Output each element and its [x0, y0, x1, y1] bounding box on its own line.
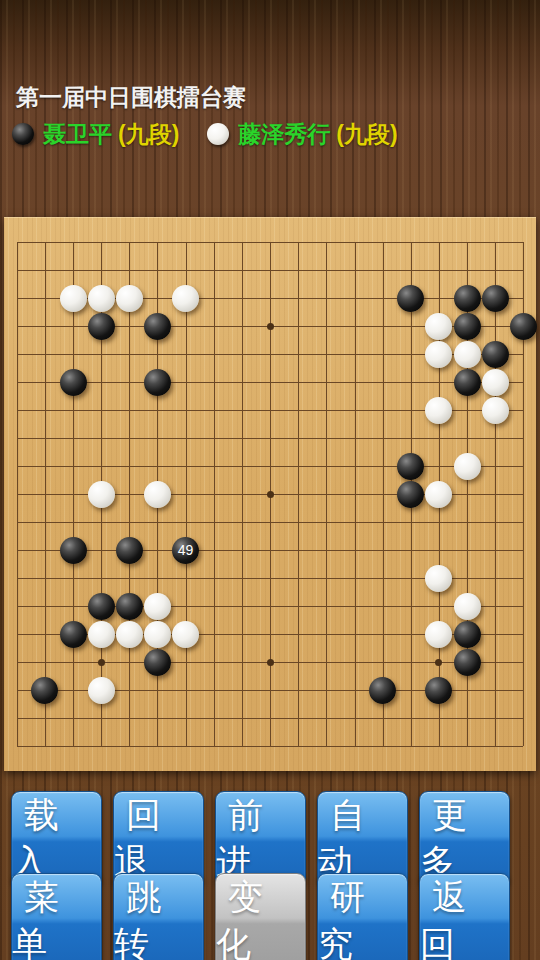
star-point: [267, 491, 274, 498]
black-stone: [510, 313, 537, 340]
white-stone: [144, 481, 171, 508]
black-stone: [60, 369, 87, 396]
return-button[interactable]: 返回: [419, 873, 510, 960]
white-stone: [60, 285, 87, 312]
white-stone: [425, 621, 452, 648]
star-point: [435, 659, 442, 666]
white-stone: [88, 481, 115, 508]
white-stone: [116, 285, 143, 312]
study-button[interactable]: 研究: [317, 873, 408, 960]
black-stone: [60, 621, 87, 648]
black-stone: [454, 621, 481, 648]
star-point: [267, 659, 274, 666]
grid-line-horizontal: [17, 522, 524, 523]
black-stone: [88, 593, 115, 620]
grid-line-horizontal: [17, 746, 524, 747]
white-stone: [425, 565, 452, 592]
black-stone: [482, 341, 509, 368]
grid-line-vertical: [298, 242, 299, 746]
last-move-stone: 49: [172, 537, 199, 564]
white-stone: [144, 593, 171, 620]
star-point: [267, 323, 274, 330]
black-stone: [454, 285, 481, 312]
white-stone: [88, 621, 115, 648]
black-stone: [397, 285, 424, 312]
go-board[interactable]: 49: [4, 217, 536, 771]
black-stone-icon: [12, 123, 34, 145]
black-stone: [88, 313, 115, 340]
white-stone: [454, 593, 481, 620]
grid-line-horizontal: [17, 718, 524, 719]
black-stone: [144, 649, 171, 676]
black-player-name: 聂卫平: [43, 119, 112, 150]
white-stone: [454, 341, 481, 368]
grid-line-vertical: [355, 242, 356, 746]
black-stone: [60, 537, 87, 564]
black-stone: [369, 677, 396, 704]
black-stone: [116, 537, 143, 564]
grid-line-vertical: [495, 242, 496, 746]
black-stone: [144, 313, 171, 340]
grid-line-horizontal: [17, 550, 524, 551]
white-stone: [482, 397, 509, 424]
black-stone: [454, 313, 481, 340]
star-point: [98, 659, 105, 666]
players-row: 聂卫平 (九段) 藤泽秀行 (九段): [12, 120, 398, 148]
white-stone: [482, 369, 509, 396]
white-stone: [425, 341, 452, 368]
move-number-label: 49: [178, 543, 194, 557]
variation-button[interactable]: 变化: [215, 873, 306, 960]
white-stone: [88, 677, 115, 704]
black-stone: [425, 677, 452, 704]
grid-line-vertical: [383, 242, 384, 746]
white-stone: [116, 621, 143, 648]
black-stone: [144, 369, 171, 396]
black-player-rank: (九段): [118, 119, 179, 150]
white-stone: [425, 397, 452, 424]
black-stone: [454, 369, 481, 396]
white-stone: [88, 285, 115, 312]
white-stone: [172, 285, 199, 312]
white-stone: [425, 481, 452, 508]
menu-button[interactable]: 菜单: [11, 873, 102, 960]
toolbar-row-2: 菜单跳转变化研究返回: [11, 873, 510, 941]
black-stone: [31, 677, 58, 704]
black-stone: [116, 593, 143, 620]
white-stone: [425, 313, 452, 340]
jump-button[interactable]: 跳转: [113, 873, 204, 960]
white-player-rank: (九段): [336, 119, 397, 150]
black-stone: [397, 481, 424, 508]
black-stone: [397, 453, 424, 480]
white-stone: [454, 453, 481, 480]
grid-line-vertical: [326, 242, 327, 746]
tournament-title: 第一届中日围棋擂台赛: [16, 82, 246, 113]
toolbar-row-1: 载入回退前进自动更多: [11, 791, 510, 859]
white-stone-icon: [207, 123, 229, 145]
white-stone: [172, 621, 199, 648]
white-stone: [144, 621, 171, 648]
white-player-name: 藤泽秀行: [238, 119, 330, 150]
black-stone: [482, 285, 509, 312]
black-stone: [454, 649, 481, 676]
